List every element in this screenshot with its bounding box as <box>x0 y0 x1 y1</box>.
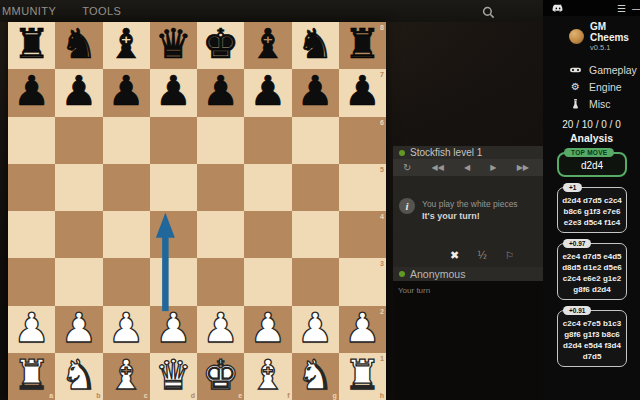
turn-note: Your turn <box>398 286 430 295</box>
discord-icon[interactable] <box>552 0 564 17</box>
square-e5[interactable] <box>197 164 244 211</box>
square-f1[interactable]: ♝f <box>244 353 291 400</box>
flask-icon <box>570 99 581 109</box>
square-h2[interactable]: ♟2 <box>339 306 386 353</box>
nav-tools[interactable]: TOOLS <box>82 5 121 17</box>
white-piece-f2[interactable]: ♟ <box>249 308 286 349</box>
rank-label-2: 2 <box>380 308 384 315</box>
chess-board[interactable]: ♜♞♝♛♚♝♞♜8♟♟♟♟♟♟♟♟76543♟♟♟♟♟♟♟♟2♜a♞b♝c♛d♚… <box>8 22 386 400</box>
square-c8[interactable]: ♝ <box>103 22 150 69</box>
square-f4[interactable] <box>244 211 291 258</box>
rank-label-4: 4 <box>380 213 384 220</box>
white-piece-g2[interactable]: ♟ <box>297 308 334 349</box>
square-b3[interactable] <box>55 258 102 305</box>
square-d4[interactable] <box>150 211 197 258</box>
square-a7[interactable]: ♟ <box>8 69 55 116</box>
square-h3[interactable]: 3 <box>339 258 386 305</box>
eval-badge: +0.91 <box>563 306 591 315</box>
black-piece-a7[interactable]: ♟ <box>13 71 50 112</box>
square-f7[interactable]: ♟ <box>244 69 291 116</box>
white-piece-a2[interactable]: ♟ <box>13 308 50 349</box>
file-label-c: c <box>144 392 148 399</box>
black-piece-b7[interactable]: ♟ <box>60 71 97 112</box>
black-piece-b8[interactable]: ♞ <box>60 24 97 65</box>
square-g4[interactable] <box>292 211 339 258</box>
black-piece-h7[interactable]: ♟ <box>344 71 381 112</box>
top-move-box: TOP MOVE d2d4 <box>557 152 627 177</box>
replay-controls: ↻ ◀◀ ◀ ▶ ▶▶ <box>393 159 557 176</box>
info-icon: i <box>399 198 415 214</box>
resign-flag-icon[interactable]: ⚐ <box>505 250 514 261</box>
player-row: Anonymous <box>393 267 557 281</box>
black-piece-f7[interactable]: ♟ <box>249 71 286 112</box>
square-g3[interactable] <box>292 258 339 305</box>
rank-label-3: 3 <box>380 260 384 267</box>
white-piece-e1[interactable]: ♚ <box>202 355 239 396</box>
opponent-row: Stockfish level 1 <box>393 146 557 159</box>
white-piece-d1[interactable]: ♛ <box>155 355 192 396</box>
black-piece-e8[interactable]: ♚ <box>202 24 239 65</box>
black-piece-d8[interactable]: ♛ <box>155 24 192 65</box>
square-f6[interactable] <box>244 117 291 164</box>
online-dot <box>399 150 405 156</box>
file-label-a: a <box>49 392 53 399</box>
square-h6[interactable]: 6 <box>339 117 386 164</box>
square-d5[interactable] <box>150 164 197 211</box>
white-piece-d2[interactable]: ♟ <box>155 308 192 349</box>
square-e4[interactable] <box>197 211 244 258</box>
go-previous-icon[interactable]: ◀ <box>464 163 470 172</box>
eval-badge: +1 <box>563 183 582 192</box>
engine-line-3: +0.91 c2c4 e7e5 b1c3 g8f6 g1f3 b8c6 d2d4… <box>557 310 627 367</box>
black-piece-c7[interactable]: ♟ <box>108 71 145 112</box>
top-move-label: TOP MOVE <box>564 148 614 157</box>
square-c5[interactable] <box>103 164 150 211</box>
black-piece-d7[interactable]: ♟ <box>155 71 192 112</box>
gear-icon: ⚙ <box>570 81 581 92</box>
square-b7[interactable]: ♟ <box>55 69 102 116</box>
menu-label: Engine <box>589 81 622 93</box>
engine-line-1: +1 d2d4 d7d5 c2c4 b8c6 g1f3 e7e6 e2e3 d5… <box>557 187 627 233</box>
square-h8[interactable]: ♜8 <box>339 22 386 69</box>
square-f5[interactable] <box>244 164 291 211</box>
menu-item-misc[interactable]: Misc <box>543 95 640 112</box>
gamepad-icon <box>570 66 581 74</box>
square-c3[interactable] <box>103 258 150 305</box>
square-f3[interactable] <box>244 258 291 305</box>
opponent-name: Stockfish level 1 <box>410 147 482 158</box>
square-a2[interactable]: ♟ <box>8 306 55 353</box>
square-a1[interactable]: ♜a <box>8 353 55 400</box>
square-h4[interactable]: 4 <box>339 211 386 258</box>
file-label-b: b <box>96 392 100 399</box>
square-a4[interactable] <box>8 211 55 258</box>
square-a6[interactable] <box>8 117 55 164</box>
square-b5[interactable] <box>55 164 102 211</box>
square-c4[interactable] <box>103 211 150 258</box>
square-d1[interactable]: ♛d <box>150 353 197 400</box>
file-label-h: h <box>380 392 384 399</box>
go-next-icon[interactable]: ▶ <box>490 163 496 172</box>
go-last-icon[interactable]: ▶▶ <box>517 163 529 172</box>
game-message-box: i You play the white pieces It's your tu… <box>393 176 557 267</box>
minimize-icon[interactable]: — <box>632 3 640 14</box>
white-piece-f1[interactable]: ♝ <box>249 355 286 396</box>
square-e6[interactable] <box>197 117 244 164</box>
line-moves: e2e4 d7d5 e4d5 d8d5 d1e2 d5e6 c2c4 e6e2 … <box>560 251 624 295</box>
black-piece-c8[interactable]: ♝ <box>108 24 145 65</box>
game-panel: Stockfish level 1 ↻ ◀◀ ◀ ▶ ▶▶ i You play… <box>393 146 557 400</box>
square-b8[interactable]: ♞ <box>55 22 102 69</box>
white-piece-b1[interactable]: ♞ <box>60 355 97 396</box>
square-e1[interactable]: ♚e <box>197 353 244 400</box>
top-navbar: MMUNITY TOOLS <box>0 0 543 22</box>
square-d8[interactable]: ♛ <box>150 22 197 69</box>
square-e8[interactable]: ♚ <box>197 22 244 69</box>
square-f8[interactable]: ♝ <box>244 22 291 69</box>
nav-community[interactable]: MMUNITY <box>2 5 56 17</box>
square-d7[interactable]: ♟ <box>150 69 197 116</box>
black-piece-g8[interactable]: ♞ <box>297 24 334 65</box>
profile-row: GM Cheems v0.5.1 <box>543 16 640 52</box>
square-h7[interactable]: ♟7 <box>339 69 386 116</box>
menu-icon[interactable]: ☰ <box>617 3 626 14</box>
menu-label: Misc <box>589 98 611 110</box>
avatar <box>569 29 584 44</box>
square-f2[interactable]: ♟ <box>244 306 291 353</box>
square-a3[interactable] <box>8 258 55 305</box>
online-dot <box>399 271 405 277</box>
square-h5[interactable]: 5 <box>339 164 386 211</box>
abort-button[interactable]: ✖ <box>450 249 459 262</box>
square-c7[interactable]: ♟ <box>103 69 150 116</box>
square-b2[interactable]: ♟ <box>55 306 102 353</box>
message-line2: It's your turn! <box>422 210 518 222</box>
extension-sidebar: ☰ — GM Cheems v0.5.1 Gameplay ⚙ Engine <box>543 0 640 400</box>
square-b4[interactable] <box>55 211 102 258</box>
white-piece-h1[interactable]: ♜ <box>344 355 381 396</box>
file-label-d: d <box>191 392 195 399</box>
square-d6[interactable] <box>150 117 197 164</box>
square-g6[interactable] <box>292 117 339 164</box>
white-piece-a1[interactable]: ♜ <box>13 355 50 396</box>
square-c2[interactable]: ♟ <box>103 306 150 353</box>
square-e2[interactable]: ♟ <box>197 306 244 353</box>
square-a8[interactable]: ♜ <box>8 22 55 69</box>
eval-badge: +0.97 <box>563 239 591 248</box>
square-g5[interactable] <box>292 164 339 211</box>
file-label-f: f <box>287 392 289 399</box>
black-piece-f8[interactable]: ♝ <box>249 24 286 65</box>
sidebar-header: ☰ — <box>543 0 640 16</box>
engine-settings-summary: 20 / 10 / 0 / 0 <box>543 119 640 130</box>
white-piece-e2[interactable]: ♟ <box>202 308 239 349</box>
line-moves: c2c4 e7e5 b1c3 g8f6 g1f3 b8c6 d2d4 e5d4 … <box>560 318 624 362</box>
line-moves: d2d4 d7d5 c2c4 b8c6 g1f3 e7e6 e2e3 d5c4 … <box>560 195 624 228</box>
square-h1[interactable]: ♜1h <box>339 353 386 400</box>
white-piece-c1[interactable]: ♝ <box>108 355 145 396</box>
square-e3[interactable] <box>197 258 244 305</box>
square-a5[interactable] <box>8 164 55 211</box>
search-icon[interactable] <box>482 5 495 23</box>
black-piece-h8[interactable]: ♜ <box>344 24 381 65</box>
white-piece-b2[interactable]: ♟ <box>60 308 97 349</box>
square-g2[interactable]: ♟ <box>292 306 339 353</box>
square-g7[interactable]: ♟ <box>292 69 339 116</box>
flip-board-icon[interactable]: ↻ <box>403 162 411 173</box>
square-b1[interactable]: ♞b <box>55 353 102 400</box>
menu-item-gameplay[interactable]: Gameplay <box>543 61 640 78</box>
extension-version: v0.5.1 <box>590 43 640 52</box>
analysis-title: Analysis <box>543 132 640 144</box>
black-piece-e7[interactable]: ♟ <box>202 71 239 112</box>
go-first-icon[interactable]: ◀◀ <box>432 163 444 172</box>
white-piece-c2[interactable]: ♟ <box>108 308 145 349</box>
rank-label-5: 5 <box>380 166 384 173</box>
chat-area[interactable]: Your turn <box>393 281 557 400</box>
menu-item-engine[interactable]: ⚙ Engine <box>543 78 640 95</box>
square-d2[interactable]: ♟ <box>150 306 197 353</box>
square-e7[interactable]: ♟ <box>197 69 244 116</box>
rank-label-8: 8 <box>380 24 384 31</box>
square-d3[interactable] <box>150 258 197 305</box>
black-piece-a8[interactable]: ♜ <box>13 24 50 65</box>
offer-draw-button[interactable]: ½ <box>477 250 487 261</box>
player-name: Anonymous <box>410 268 465 280</box>
rank-label-1: 1 <box>380 355 384 362</box>
square-g1[interactable]: ♞g <box>292 353 339 400</box>
engine-line-2: +0.97 e2e4 d7d5 e4d5 d8d5 d1e2 d5e6 c2c4… <box>557 243 627 300</box>
black-piece-g7[interactable]: ♟ <box>297 71 334 112</box>
menu-label: Gameplay <box>589 64 637 76</box>
message-line1: You play the white pieces <box>422 198 518 210</box>
square-c6[interactable] <box>103 117 150 164</box>
square-b6[interactable] <box>55 117 102 164</box>
square-c1[interactable]: ♝c <box>103 353 150 400</box>
white-piece-h2[interactable]: ♟ <box>344 308 381 349</box>
extension-title: GM Cheems <box>590 21 640 43</box>
rank-label-6: 6 <box>380 119 384 126</box>
square-g8[interactable]: ♞ <box>292 22 339 69</box>
file-label-g: g <box>332 392 336 399</box>
rank-label-7: 7 <box>380 71 384 78</box>
white-piece-g1[interactable]: ♞ <box>297 355 334 396</box>
file-label-e: e <box>238 392 242 399</box>
